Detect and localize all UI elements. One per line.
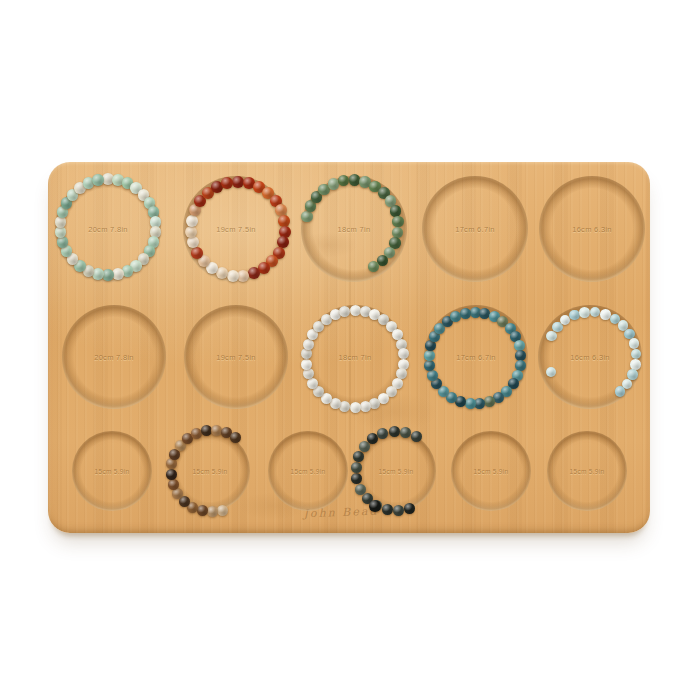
well-r1c1[interactable]: 20cm 7.8in bbox=[55, 176, 161, 282]
well-size-label: 16cm 6.3in bbox=[538, 353, 642, 362]
loose-bead[interactable] bbox=[369, 500, 381, 512]
well-size-label: 19cm 7.5in bbox=[184, 353, 288, 362]
well-size-label: 17cm 6.7in bbox=[422, 225, 528, 234]
well-r2c1[interactable]: 20cm 7.8in bbox=[62, 305, 166, 409]
well-size-label: 15cm 5.9in bbox=[451, 468, 531, 475]
well-r3c4[interactable]: 15cm 5.9in bbox=[356, 431, 436, 511]
well-size-label: 17cm 6.7in bbox=[424, 353, 528, 362]
well-size-label: 15cm 5.9in bbox=[170, 468, 250, 475]
well-r2c5[interactable]: 16cm 6.3in bbox=[538, 305, 642, 409]
bead-board: John Bead 20cm 7.8in19cm 7.5in18cm 7in17… bbox=[48, 162, 650, 533]
well-r3c5[interactable]: 15cm 5.9in bbox=[451, 431, 531, 511]
well-size-label: 15cm 5.9in bbox=[356, 468, 436, 475]
well-size-label: 18cm 7in bbox=[301, 225, 407, 234]
well-size-label: 20cm 7.8in bbox=[62, 353, 166, 362]
well-size-label: 20cm 7.8in bbox=[55, 225, 161, 234]
well-r3c2[interactable]: 15cm 5.9in bbox=[170, 431, 250, 511]
well-r1c3[interactable]: 18cm 7in bbox=[301, 176, 407, 282]
well-r1c4[interactable]: 17cm 6.7in bbox=[422, 176, 528, 282]
well-r1c2[interactable]: 19cm 7.5in bbox=[183, 176, 289, 282]
well-r2c2[interactable]: 19cm 7.5in bbox=[184, 305, 288, 409]
well-size-label: 16cm 6.3in bbox=[539, 225, 645, 234]
well-r3c1[interactable]: 15cm 5.9in bbox=[72, 431, 152, 511]
well-r3c6[interactable]: 15cm 5.9in bbox=[547, 431, 627, 511]
well-size-label: 15cm 5.9in bbox=[547, 468, 627, 475]
well-size-label: 18cm 7in bbox=[303, 353, 407, 362]
well-size-label: 15cm 5.9in bbox=[268, 468, 348, 475]
well-r2c4[interactable]: 17cm 6.7in bbox=[424, 305, 528, 409]
well-r3c3[interactable]: 15cm 5.9in bbox=[268, 431, 348, 511]
photo-background: John Bead 20cm 7.8in19cm 7.5in18cm 7in17… bbox=[0, 0, 700, 700]
well-size-label: 19cm 7.5in bbox=[183, 225, 289, 234]
well-r1c5[interactable]: 16cm 6.3in bbox=[539, 176, 645, 282]
well-size-label: 15cm 5.9in bbox=[72, 468, 152, 475]
well-r2c3[interactable]: 18cm 7in bbox=[303, 305, 407, 409]
